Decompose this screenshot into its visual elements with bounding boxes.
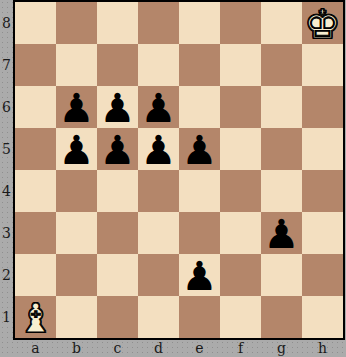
black-pawn-d6[interactable]: ♟ xyxy=(141,88,177,128)
file-labels: abcdefgh xyxy=(15,340,343,357)
square-e5[interactable]: ♟ xyxy=(179,128,220,170)
square-c3[interactable] xyxy=(97,212,138,254)
square-d3[interactable] xyxy=(138,212,179,254)
square-d1[interactable] xyxy=(138,296,179,338)
chess-board: ♚♟♟♟♟♟♟♟♟♟♝ xyxy=(13,0,345,340)
square-a2[interactable] xyxy=(15,254,56,296)
file-label-b: b xyxy=(56,340,97,357)
rank-label-3: 3 xyxy=(0,212,13,254)
square-d8[interactable] xyxy=(138,2,179,44)
square-h3[interactable] xyxy=(302,212,343,254)
square-e2[interactable]: ♟ xyxy=(179,254,220,296)
square-h2[interactable] xyxy=(302,254,343,296)
black-pawn-d5[interactable]: ♟ xyxy=(141,130,177,170)
rank-labels: 87654321 xyxy=(0,2,13,338)
square-d4[interactable] xyxy=(138,170,179,212)
square-d5[interactable]: ♟ xyxy=(138,128,179,170)
square-b4[interactable] xyxy=(56,170,97,212)
square-e1[interactable] xyxy=(179,296,220,338)
square-c7[interactable] xyxy=(97,44,138,86)
square-f7[interactable] xyxy=(220,44,261,86)
black-pawn-g3[interactable]: ♟ xyxy=(264,214,300,254)
file-label-h: h xyxy=(302,340,343,357)
square-a8[interactable] xyxy=(15,2,56,44)
square-h8[interactable]: ♚ xyxy=(302,2,343,44)
square-e6[interactable] xyxy=(179,86,220,128)
square-g4[interactable] xyxy=(261,170,302,212)
black-pawn-e5[interactable]: ♟ xyxy=(182,130,218,170)
square-h4[interactable] xyxy=(302,170,343,212)
square-e7[interactable] xyxy=(179,44,220,86)
square-a1[interactable]: ♝ xyxy=(15,296,56,338)
square-g3[interactable]: ♟ xyxy=(261,212,302,254)
black-pawn-e2[interactable]: ♟ xyxy=(182,256,218,296)
square-c6[interactable]: ♟ xyxy=(97,86,138,128)
square-f5[interactable] xyxy=(220,128,261,170)
square-g7[interactable] xyxy=(261,44,302,86)
square-a5[interactable] xyxy=(15,128,56,170)
square-b1[interactable] xyxy=(56,296,97,338)
file-label-e: e xyxy=(179,340,220,357)
square-f6[interactable] xyxy=(220,86,261,128)
square-b8[interactable] xyxy=(56,2,97,44)
square-e8[interactable] xyxy=(179,2,220,44)
file-label-f: f xyxy=(220,340,261,357)
black-pawn-c5[interactable]: ♟ xyxy=(100,130,136,170)
rank-label-5: 5 xyxy=(0,128,13,170)
rank-label-6: 6 xyxy=(0,86,13,128)
square-a4[interactable] xyxy=(15,170,56,212)
file-label-d: d xyxy=(138,340,179,357)
square-a3[interactable] xyxy=(15,212,56,254)
rank-label-7: 7 xyxy=(0,44,13,86)
square-e4[interactable] xyxy=(179,170,220,212)
square-g5[interactable] xyxy=(261,128,302,170)
rank-label-4: 4 xyxy=(0,170,13,212)
square-b3[interactable] xyxy=(56,212,97,254)
square-b2[interactable] xyxy=(56,254,97,296)
white-king-h8[interactable]: ♚ xyxy=(305,4,341,44)
square-a7[interactable] xyxy=(15,44,56,86)
square-d2[interactable] xyxy=(138,254,179,296)
white-bishop-a1[interactable]: ♝ xyxy=(18,298,54,338)
square-g6[interactable] xyxy=(261,86,302,128)
square-h6[interactable] xyxy=(302,86,343,128)
square-g8[interactable] xyxy=(261,2,302,44)
square-b5[interactable]: ♟ xyxy=(56,128,97,170)
square-f1[interactable] xyxy=(220,296,261,338)
square-a6[interactable] xyxy=(15,86,56,128)
square-f8[interactable] xyxy=(220,2,261,44)
square-c4[interactable] xyxy=(97,170,138,212)
square-d7[interactable] xyxy=(138,44,179,86)
black-pawn-b6[interactable]: ♟ xyxy=(59,88,95,128)
square-c2[interactable] xyxy=(97,254,138,296)
square-c1[interactable] xyxy=(97,296,138,338)
black-pawn-c6[interactable]: ♟ xyxy=(100,88,136,128)
file-label-c: c xyxy=(97,340,138,357)
square-b7[interactable] xyxy=(56,44,97,86)
square-h5[interactable] xyxy=(302,128,343,170)
file-label-g: g xyxy=(261,340,302,357)
square-f3[interactable] xyxy=(220,212,261,254)
square-f4[interactable] xyxy=(220,170,261,212)
square-h7[interactable] xyxy=(302,44,343,86)
rank-label-2: 2 xyxy=(0,254,13,296)
rank-label-8: 8 xyxy=(0,2,13,44)
square-h1[interactable] xyxy=(302,296,343,338)
square-d6[interactable]: ♟ xyxy=(138,86,179,128)
square-c5[interactable]: ♟ xyxy=(97,128,138,170)
black-pawn-b5[interactable]: ♟ xyxy=(59,130,95,170)
square-g1[interactable] xyxy=(261,296,302,338)
file-label-a: a xyxy=(15,340,56,357)
square-f2[interactable] xyxy=(220,254,261,296)
square-g2[interactable] xyxy=(261,254,302,296)
rank-label-1: 1 xyxy=(0,296,13,338)
square-e3[interactable] xyxy=(179,212,220,254)
square-b6[interactable]: ♟ xyxy=(56,86,97,128)
square-c8[interactable] xyxy=(97,2,138,44)
